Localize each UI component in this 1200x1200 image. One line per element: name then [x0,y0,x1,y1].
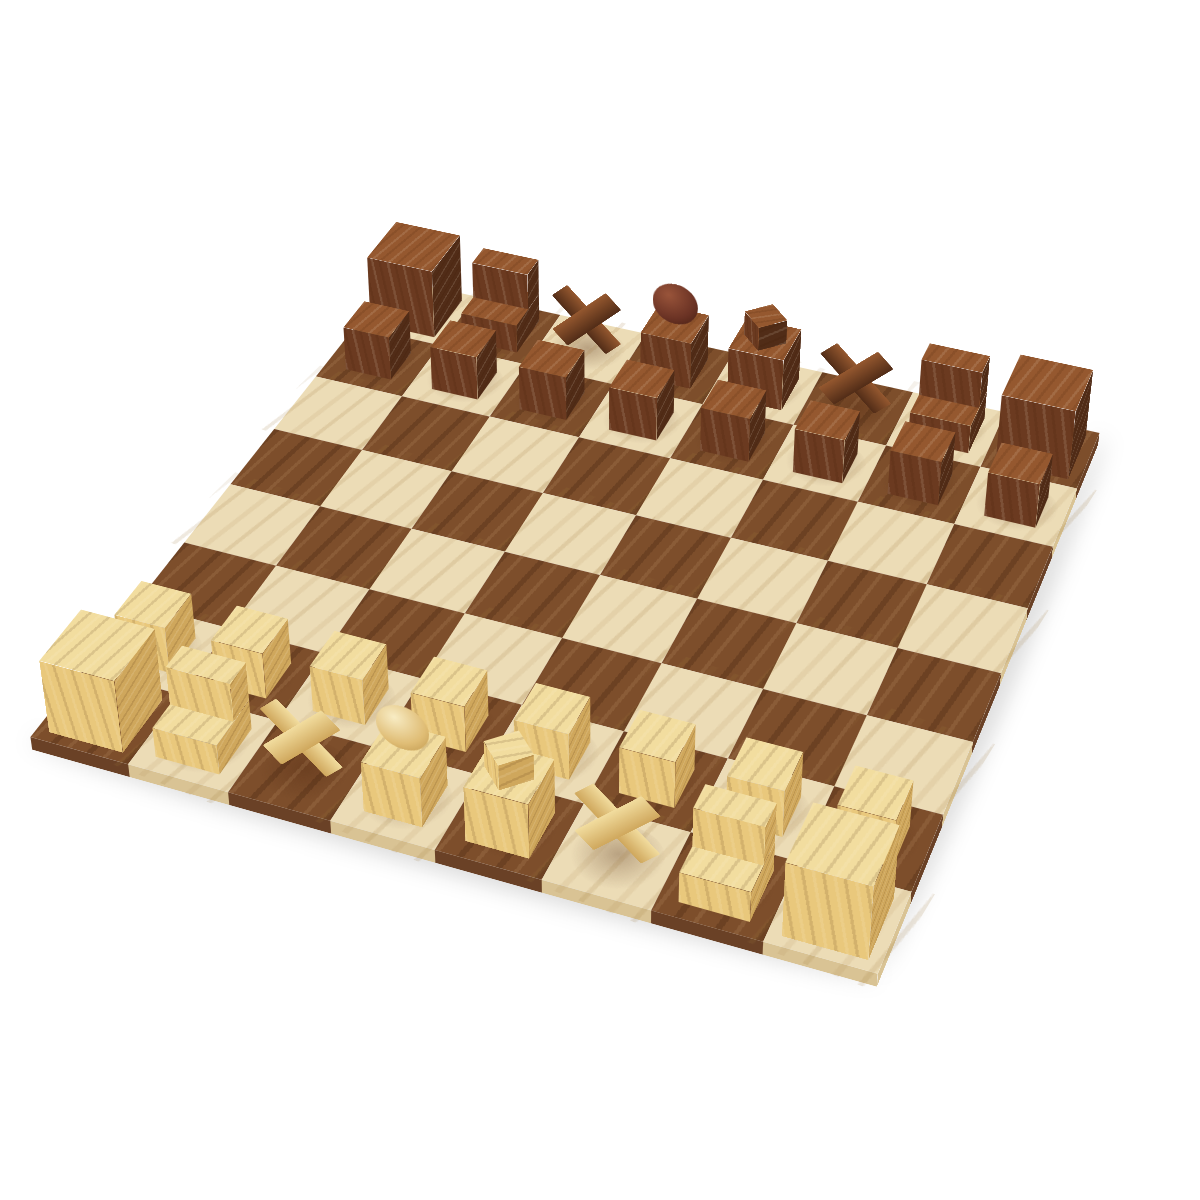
piece-block [887,464,951,505]
piece-block [432,362,497,399]
scene: ♜♞♝♛♚♝♞♜♟♟♟♟♟♟♟♟♙♙♙♙♙♙♙♙♖♘♗♕♔♗♘♖ [188,163,1012,987]
piece-block [465,795,555,858]
piece-block [793,443,858,483]
photo-canvas: ♜♞♝♛♚♝♞♜♟♟♟♟♟♟♟♟♙♙♙♙♙♙♙♙♖♘♗♕♔♗♘♖ [0,0,1200,1200]
piece-block [781,875,893,960]
piece-block [984,485,1048,527]
board: ♜♞♝♛♚♝♞♜♟♟♟♟♟♟♟♟♙♙♙♙♙♙♙♙♖♘♗♕♔♗♘♖ [30,279,1099,974]
piece-block [363,769,447,827]
piece-block [519,381,584,419]
piece-block [609,401,674,440]
piece-block [155,711,251,774]
piece-block [346,343,411,380]
